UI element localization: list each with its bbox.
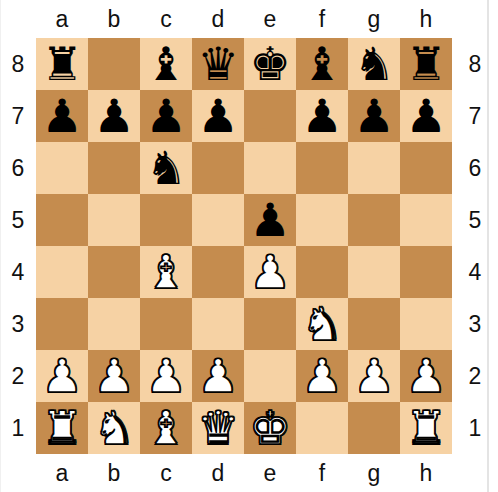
file-label-bottom-e: e (244, 454, 296, 492)
black-pawn[interactable]: ♟ (249, 194, 290, 246)
square-e8[interactable]: ♚ (244, 38, 296, 90)
square-c1[interactable]: ♝ (140, 402, 192, 454)
square-c4[interactable]: ♝ (140, 246, 192, 298)
white-king[interactable]: ♚ (249, 402, 290, 454)
square-e7[interactable] (244, 90, 296, 142)
white-pawn[interactable]: ♟ (353, 350, 394, 402)
square-a1[interactable]: ♜ (36, 402, 88, 454)
square-b4[interactable] (88, 246, 140, 298)
white-bishop[interactable]: ♝ (145, 246, 186, 298)
square-a4[interactable] (36, 246, 88, 298)
square-g3[interactable] (348, 298, 400, 350)
square-f1[interactable] (296, 402, 348, 454)
square-d7[interactable]: ♟ (192, 90, 244, 142)
square-f6[interactable] (296, 142, 348, 194)
square-a2[interactable]: ♟ (36, 350, 88, 402)
square-d8[interactable]: ♛ (192, 38, 244, 90)
rank-label-right-3: 3 (452, 298, 498, 350)
square-a6[interactable] (36, 142, 88, 194)
square-h6[interactable] (400, 142, 452, 194)
corner-bottom-right (452, 454, 498, 492)
square-b7[interactable]: ♟ (88, 90, 140, 142)
square-d1[interactable]: ♛ (192, 402, 244, 454)
black-knight[interactable]: ♞ (353, 38, 394, 90)
file-label-top-g: g (348, 0, 400, 38)
rank-label-right-8: 8 (452, 38, 498, 90)
square-a7[interactable]: ♟ (36, 90, 88, 142)
square-f2[interactable]: ♟ (296, 350, 348, 402)
square-b5[interactable] (88, 194, 140, 246)
black-pawn[interactable]: ♟ (301, 90, 342, 142)
corner-top-right (452, 0, 498, 38)
rank-label-right-2: 2 (452, 350, 498, 402)
square-g7[interactable]: ♟ (348, 90, 400, 142)
square-b8[interactable] (88, 38, 140, 90)
white-queen[interactable]: ♛ (197, 402, 238, 454)
white-pawn[interactable]: ♟ (249, 246, 290, 298)
file-label-top-f: f (296, 0, 348, 38)
black-king[interactable]: ♚ (249, 38, 290, 90)
rank-label-right-6: 6 (452, 142, 498, 194)
square-h8[interactable]: ♜ (400, 38, 452, 90)
rank-label-left-2: 2 (0, 350, 36, 402)
square-a8[interactable]: ♜ (36, 38, 88, 90)
square-e2[interactable] (244, 350, 296, 402)
square-e3[interactable] (244, 298, 296, 350)
square-f3[interactable]: ♞ (296, 298, 348, 350)
black-bishop[interactable]: ♝ (145, 38, 186, 90)
file-label-top-b: b (88, 0, 140, 38)
white-bishop[interactable]: ♝ (145, 402, 186, 454)
white-pawn[interactable]: ♟ (197, 350, 238, 402)
square-g2[interactable]: ♟ (348, 350, 400, 402)
corner-top-left (0, 0, 36, 38)
rank-label-left-6: 6 (0, 142, 36, 194)
rank-label-left-7: 7 (0, 90, 36, 142)
square-b3[interactable] (88, 298, 140, 350)
file-label-top-h: h (400, 0, 452, 38)
square-f4[interactable] (296, 246, 348, 298)
square-h1[interactable]: ♜ (400, 402, 452, 454)
square-f7[interactable]: ♟ (296, 90, 348, 142)
square-d4[interactable] (192, 246, 244, 298)
white-knight[interactable]: ♞ (93, 402, 134, 454)
square-h7[interactable]: ♟ (400, 90, 452, 142)
file-label-bottom-f: f (296, 454, 348, 492)
file-label-bottom-a: a (36, 454, 88, 492)
chess-board-panel: abcdefgh8♜♝♛♚♝♞♜87♟♟♟♟♟♟♟76♞65♟54♝♟43♞32… (0, 0, 498, 492)
square-f8[interactable]: ♝ (296, 38, 348, 90)
square-d2[interactable]: ♟ (192, 350, 244, 402)
file-label-bottom-b: b (88, 454, 140, 492)
square-g8[interactable]: ♞ (348, 38, 400, 90)
square-d5[interactable] (192, 194, 244, 246)
square-h2[interactable]: ♟ (400, 350, 452, 402)
square-h3[interactable] (400, 298, 452, 350)
rank-label-left-1: 1 (0, 402, 36, 454)
square-c7[interactable]: ♟ (140, 90, 192, 142)
file-label-bottom-g: g (348, 454, 400, 492)
square-a5[interactable] (36, 194, 88, 246)
black-rook[interactable]: ♜ (405, 38, 446, 90)
square-e5[interactable]: ♟ (244, 194, 296, 246)
white-pawn[interactable]: ♟ (93, 350, 134, 402)
square-d6[interactable] (192, 142, 244, 194)
square-d3[interactable] (192, 298, 244, 350)
white-knight[interactable]: ♞ (301, 298, 342, 350)
black-pawn[interactable]: ♟ (93, 90, 134, 142)
chess-board: abcdefgh8♜♝♛♚♝♞♜87♟♟♟♟♟♟♟76♞65♟54♝♟43♞32… (0, 0, 498, 492)
square-h5[interactable] (400, 194, 452, 246)
rank-label-right-5: 5 (452, 194, 498, 246)
file-label-top-c: c (140, 0, 192, 38)
square-c3[interactable] (140, 298, 192, 350)
file-label-top-a: a (36, 0, 88, 38)
white-rook[interactable]: ♜ (41, 402, 82, 454)
white-rook[interactable]: ♜ (405, 402, 446, 454)
white-pawn[interactable]: ♟ (405, 350, 446, 402)
square-e6[interactable] (244, 142, 296, 194)
corner-bottom-left (0, 454, 36, 492)
square-b6[interactable] (88, 142, 140, 194)
file-label-top-e: e (244, 0, 296, 38)
rank-label-left-5: 5 (0, 194, 36, 246)
square-g1[interactable] (348, 402, 400, 454)
square-e4[interactable]: ♟ (244, 246, 296, 298)
white-pawn[interactable]: ♟ (41, 350, 82, 402)
rank-label-right-1: 1 (452, 402, 498, 454)
rank-label-right-7: 7 (452, 90, 498, 142)
black-pawn[interactable]: ♟ (145, 90, 186, 142)
black-pawn[interactable]: ♟ (197, 90, 238, 142)
square-g4[interactable] (348, 246, 400, 298)
square-a3[interactable] (36, 298, 88, 350)
square-c6[interactable]: ♞ (140, 142, 192, 194)
square-c2[interactable]: ♟ (140, 350, 192, 402)
square-c8[interactable]: ♝ (140, 38, 192, 90)
white-pawn[interactable]: ♟ (145, 350, 186, 402)
black-bishop[interactable]: ♝ (301, 38, 342, 90)
rank-label-left-3: 3 (0, 298, 36, 350)
square-g5[interactable] (348, 194, 400, 246)
rank-label-left-8: 8 (0, 38, 36, 90)
square-b1[interactable]: ♞ (88, 402, 140, 454)
square-e1[interactable]: ♚ (244, 402, 296, 454)
square-c5[interactable] (140, 194, 192, 246)
file-label-bottom-h: h (400, 454, 452, 492)
black-knight[interactable]: ♞ (145, 142, 186, 194)
square-h4[interactable] (400, 246, 452, 298)
white-pawn[interactable]: ♟ (301, 350, 342, 402)
black-pawn[interactable]: ♟ (405, 90, 446, 142)
file-label-bottom-d: d (192, 454, 244, 492)
black-pawn[interactable]: ♟ (41, 90, 82, 142)
file-label-bottom-c: c (140, 454, 192, 492)
square-b2[interactable]: ♟ (88, 350, 140, 402)
rank-label-right-4: 4 (452, 246, 498, 298)
black-rook[interactable]: ♜ (41, 38, 82, 90)
file-label-top-d: d (192, 0, 244, 38)
rank-label-left-4: 4 (0, 246, 36, 298)
square-f5[interactable] (296, 194, 348, 246)
square-g6[interactable] (348, 142, 400, 194)
black-queen[interactable]: ♛ (197, 38, 238, 90)
black-pawn[interactable]: ♟ (353, 90, 394, 142)
